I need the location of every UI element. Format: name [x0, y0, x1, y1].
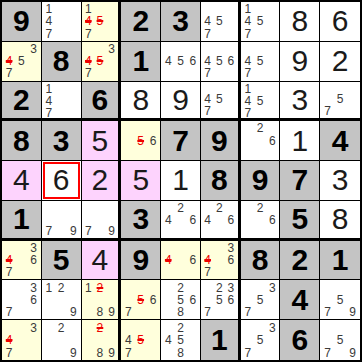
candidate-4: 4	[202, 214, 214, 226]
cell-r8c6[interactable]: 23567	[201, 280, 241, 320]
candidate-5: 5	[334, 93, 347, 105]
candidate-5: 5	[254, 15, 266, 27]
candidate-grid: 456	[162, 43, 199, 80]
cell-r5c3[interactable]: 2	[82, 161, 122, 201]
cell-r7c6[interactable]: 3467	[201, 241, 241, 281]
candidate-7: 7	[202, 266, 214, 278]
candidate-5-struck: 5	[135, 135, 147, 147]
cell-r8c5[interactable]: 2568	[161, 280, 201, 320]
candidate-empty	[67, 15, 79, 27]
cell-r8c8[interactable]: 4	[280, 280, 320, 320]
candidate-empty	[242, 226, 254, 237]
candidate-empty	[242, 202, 254, 214]
candidate-empty	[55, 306, 67, 318]
candidate-empty	[3, 321, 15, 334]
candidate-2: 2	[174, 321, 186, 334]
cell-r5c6[interactable]: 8	[201, 161, 241, 201]
candidate-3: 3	[28, 43, 40, 55]
candidate-grid: 26	[242, 122, 279, 159]
candidate-6: 6	[28, 294, 40, 306]
candidate-7: 7	[83, 28, 95, 40]
candidate-4: 4	[43, 95, 55, 107]
candidate-empty	[187, 226, 199, 237]
candidate-empty	[43, 346, 55, 359]
given-digit: 6	[92, 85, 109, 115]
solved-digit: 9	[172, 85, 189, 115]
candidate-4: 4	[162, 214, 174, 226]
cell-r5c9[interactable]: 3	[320, 161, 360, 201]
candidate-grid: 26	[242, 202, 279, 237]
candidate-3: 3	[28, 281, 40, 293]
solved-digit: 4	[92, 245, 109, 275]
candidate-empty	[213, 214, 225, 226]
candidate-grid: 246	[162, 202, 199, 237]
candidate-2-struck: 2	[94, 281, 106, 293]
given-digit: 1	[13, 204, 30, 234]
candidate-empty	[334, 105, 347, 117]
solved-digit: 9	[291, 46, 308, 76]
cell-r1c4[interactable]: 2	[121, 2, 161, 42]
candidate-7: 7	[83, 67, 95, 79]
cell-r2c9[interactable]: 2	[320, 42, 360, 82]
given-digit: 9	[132, 245, 149, 275]
candidate-2: 2	[174, 281, 186, 293]
cell-r6c5[interactable]: 246	[161, 201, 201, 241]
candidate-empty	[94, 28, 106, 40]
candidate-empty	[225, 3, 237, 15]
cell-r5c7[interactable]: 9	[241, 161, 281, 201]
cell-r6c4[interactable]: 3	[121, 201, 161, 241]
candidate-grid: 3457	[83, 43, 118, 80]
candidate-empty	[225, 105, 237, 117]
candidate-9: 9	[106, 346, 118, 359]
candidate-5: 5	[174, 334, 186, 347]
cell-r7c1[interactable]: 3467	[2, 241, 42, 281]
candidate-grid: 3467	[3, 242, 40, 279]
candidate-empty	[67, 281, 79, 293]
candidate-3: 3	[106, 43, 118, 55]
candidate-empty	[266, 346, 278, 359]
cell-r1c8[interactable]: 8	[280, 2, 320, 42]
cell-r2c2[interactable]: 8	[42, 42, 82, 82]
candidate-empty	[162, 346, 174, 359]
cell-r8c1[interactable]: 367	[2, 280, 42, 320]
candidate-1: 1	[43, 83, 55, 95]
candidate-empty	[55, 213, 67, 224]
candidate-empty	[55, 107, 67, 119]
candidate-empty	[106, 202, 118, 213]
solved-digit: 4	[13, 165, 30, 195]
candidate-empty	[266, 294, 278, 306]
candidate-empty	[266, 122, 278, 134]
candidate-empty	[321, 83, 334, 94]
candidate-empty	[28, 67, 40, 79]
candidate-7: 7	[3, 67, 15, 79]
candidate-2: 2	[254, 202, 266, 214]
candidate-grid: 79	[83, 202, 118, 237]
candidate-empty	[55, 334, 67, 347]
given-digit: 8	[13, 126, 30, 156]
candidate-2: 2	[55, 321, 67, 334]
candidate-empty	[28, 55, 40, 67]
cell-r3c3[interactable]: 6	[82, 82, 122, 122]
candidate-grid: 46	[162, 242, 199, 279]
candidate-empty	[147, 334, 159, 347]
candidate-empty	[106, 321, 118, 334]
candidate-9: 9	[106, 306, 118, 318]
given-digit: 3	[132, 204, 149, 234]
candidate-empty	[213, 242, 225, 254]
candidate-empty	[242, 321, 254, 334]
candidate-grid: 457	[202, 83, 237, 118]
solved-digit: 2	[92, 165, 109, 195]
candidate-empty	[346, 105, 359, 117]
candidate-empty	[15, 242, 27, 254]
candidate-8: 8	[174, 346, 186, 359]
cell-r3c5[interactable]: 9	[161, 82, 201, 122]
cell-r1c1[interactable]: 9	[2, 2, 42, 42]
candidate-9: 9	[67, 225, 79, 237]
cell-r3c4[interactable]: 8	[121, 82, 161, 122]
cell-r5c4[interactable]: 5	[121, 161, 161, 201]
candidate-empty	[28, 334, 40, 347]
candidate-empty	[334, 346, 347, 359]
cell-r1c7[interactable]: 1457	[241, 2, 281, 42]
candidate-empty	[225, 15, 237, 27]
candidate-empty	[135, 147, 147, 159]
cell-r9c8[interactable]: 6	[280, 320, 320, 360]
candidate-5: 5	[254, 95, 266, 107]
candidate-grid: 357	[242, 321, 279, 359]
candidate-grid: 147	[43, 83, 80, 118]
candidate-empty	[225, 93, 237, 105]
cell-r1c6[interactable]: 457	[201, 2, 241, 42]
candidate-empty	[187, 321, 199, 334]
candidate-grid: 289	[83, 321, 118, 359]
cell-r9c1[interactable]: 347	[2, 320, 42, 360]
candidate-empty	[213, 306, 225, 318]
candidate-empty	[174, 226, 186, 237]
candidate-2: 2	[254, 122, 266, 134]
candidate-grid: 1289	[83, 281, 118, 318]
candidate-grid: 4567	[202, 43, 237, 80]
candidate-2: 2	[174, 202, 186, 214]
candidate-empty	[67, 95, 79, 107]
candidate-empty	[213, 254, 225, 266]
cell-r7c3[interactable]: 4	[82, 241, 122, 281]
candidate-empty	[202, 281, 214, 293]
cell-r2c8[interactable]: 9	[280, 42, 320, 82]
candidate-empty	[254, 226, 266, 237]
cell-r4c1[interactable]: 8	[2, 121, 42, 161]
candidate-empty	[94, 213, 106, 224]
candidate-grid: 2568	[162, 281, 199, 318]
cell-r3c7[interactable]: 1457	[241, 82, 281, 122]
cell-r1c5[interactable]: 3	[161, 2, 201, 42]
given-digit: 8	[211, 165, 228, 195]
cell-r1c2[interactable]: 147	[42, 2, 82, 42]
candidate-2-struck: 2	[94, 321, 106, 334]
candidate-empty	[187, 266, 199, 278]
cell-r4c3[interactable]: 5	[82, 121, 122, 161]
cell-r4c5[interactable]: 7	[161, 121, 201, 161]
candidate-grid: 457	[202, 3, 237, 40]
candidate-grid: 79	[43, 202, 80, 237]
candidate-5: 5	[15, 55, 27, 67]
candidate-8: 8	[94, 306, 106, 318]
candidate-6: 6	[147, 135, 159, 147]
cell-r9c7[interactable]: 357	[241, 320, 281, 360]
candidate-5: 5	[213, 15, 225, 27]
cell-r6c2[interactable]: 79	[42, 201, 82, 241]
cell-r7c4[interactable]: 9	[121, 241, 161, 281]
candidate-7: 7	[202, 67, 214, 79]
cell-r2c7[interactable]: 457	[241, 42, 281, 82]
candidate-empty	[15, 281, 27, 293]
candidate-empty	[334, 321, 347, 334]
given-digit: 2	[291, 245, 308, 275]
candidate-empty	[254, 107, 266, 119]
candidate-7: 7	[242, 306, 254, 318]
candidate-empty	[135, 122, 147, 134]
candidate-empty	[225, 306, 237, 318]
candidate-empty	[83, 213, 95, 224]
cell-r7c9[interactable]: 1	[320, 241, 360, 281]
candidate-empty	[225, 266, 237, 278]
candidate-empty	[83, 202, 95, 213]
cell-r1c3[interactable]: 1457	[82, 2, 122, 42]
cell-r4c4[interactable]: 56	[121, 121, 161, 161]
cell-r6c9[interactable]: 8	[320, 201, 360, 241]
candidate-grid: 347	[3, 321, 40, 359]
cell-r4c8[interactable]: 1	[280, 121, 320, 161]
candidate-empty	[254, 321, 266, 334]
candidate-empty	[67, 321, 79, 334]
candidate-empty	[266, 3, 278, 15]
candidate-6: 6	[266, 214, 278, 226]
candidate-empty	[213, 266, 225, 278]
candidate-7: 7	[321, 105, 334, 117]
candidate-4: 4	[242, 95, 254, 107]
candidate-7: 7	[122, 346, 134, 359]
given-digit: 7	[172, 126, 189, 156]
candidate-9: 9	[106, 225, 118, 237]
candidate-4: 4	[162, 334, 174, 347]
cell-r7c7[interactable]: 8	[241, 241, 281, 281]
candidate-empty	[242, 135, 254, 147]
candidate-empty	[242, 281, 254, 293]
candidate-empty	[225, 28, 237, 40]
cell-r9c4[interactable]: 457	[121, 320, 161, 360]
cell-r5c8[interactable]: 7	[280, 161, 320, 201]
candidate-empty	[122, 122, 134, 134]
cell-r9c3[interactable]: 289	[82, 320, 122, 360]
candidate-grid: 23567	[202, 281, 237, 318]
candidate-4-struck: 4	[162, 254, 174, 266]
candidate-empty	[321, 281, 334, 293]
solved-digit: 8	[332, 204, 349, 234]
cell-r4c9[interactable]: 4	[320, 121, 360, 161]
candidate-empty	[67, 83, 79, 95]
cell-r7c2[interactable]: 5	[42, 241, 82, 281]
candidate-5-struck: 5	[135, 294, 147, 306]
candidate-empty	[174, 266, 186, 278]
candidate-empty	[266, 28, 278, 40]
candidate-7: 7	[43, 225, 55, 237]
candidate-5: 5	[334, 294, 347, 306]
cell-r6c8[interactable]: 5	[280, 201, 320, 241]
candidate-empty	[43, 202, 55, 213]
cell-r3c2[interactable]: 147	[42, 82, 82, 122]
candidate-5-struck: 5	[135, 334, 147, 347]
cell-r4c7[interactable]: 26	[241, 121, 281, 161]
cell-r8c7[interactable]: 357	[241, 280, 281, 320]
candidate-9: 9	[67, 306, 79, 318]
candidate-7: 7	[242, 67, 254, 79]
solved-digit: 8	[291, 6, 308, 36]
candidate-grid: 457	[122, 321, 159, 359]
cell-r8c2[interactable]: 129	[42, 280, 82, 320]
given-digit: 9	[13, 6, 30, 36]
given-digit: 5	[291, 204, 308, 234]
cell-r9c6[interactable]: 1	[201, 320, 241, 360]
cell-r2c3[interactable]: 3457	[82, 42, 122, 82]
candidate-5: 5	[213, 93, 225, 105]
candidate-empty	[67, 334, 79, 347]
candidate-empty	[28, 346, 40, 359]
candidate-6: 6	[28, 254, 40, 266]
candidate-empty	[147, 147, 159, 159]
candidate-empty	[162, 226, 174, 237]
cell-r2c5[interactable]: 456	[161, 42, 201, 82]
candidate-grid: 147	[43, 3, 80, 40]
cell-r2c4[interactable]: 1	[121, 42, 161, 82]
cell-r1c9[interactable]: 6	[320, 2, 360, 42]
cell-r6c1[interactable]: 1	[2, 201, 42, 241]
candidate-empty	[242, 122, 254, 134]
cell-r5c5[interactable]: 1	[161, 161, 201, 201]
candidate-5: 5	[254, 55, 266, 67]
candidate-empty	[55, 95, 67, 107]
candidate-empty	[83, 321, 95, 334]
candidate-8: 8	[174, 306, 186, 318]
given-digit: 9	[211, 126, 228, 156]
cell-r9c9[interactable]: 579	[320, 320, 360, 360]
candidate-empty	[122, 321, 134, 334]
candidate-empty	[15, 67, 27, 79]
candidate-7: 7	[321, 306, 334, 318]
candidate-grid: 56	[122, 122, 159, 159]
candidate-empty	[106, 28, 118, 40]
solved-digit: 6	[332, 6, 349, 36]
cell-r4c6[interactable]: 9	[201, 121, 241, 161]
cell-r2c1[interactable]: 3457	[2, 42, 42, 82]
cell-r2c6[interactable]: 4567	[201, 42, 241, 82]
candidate-empty	[254, 147, 266, 159]
candidate-grid: 246	[202, 202, 237, 237]
candidate-empty	[225, 83, 237, 94]
candidate-7: 7	[3, 306, 15, 318]
candidate-7: 7	[3, 266, 15, 278]
candidate-5: 5	[174, 55, 186, 67]
given-digit: 8	[252, 245, 269, 275]
cell-r8c9[interactable]: 579	[320, 280, 360, 320]
candidate-empty	[83, 346, 95, 359]
candidate-empty	[187, 281, 199, 293]
candidate-empty	[254, 67, 266, 79]
candidate-empty	[28, 266, 40, 278]
cell-r9c2[interactable]: 29	[42, 320, 82, 360]
cell-r7c8[interactable]: 2	[280, 241, 320, 281]
candidate-empty	[122, 281, 134, 293]
candidate-empty	[94, 67, 106, 79]
candidate-empty	[106, 334, 118, 347]
cell-r6c3[interactable]: 79	[82, 201, 122, 241]
candidate-3: 3	[266, 321, 278, 334]
candidate-6: 6	[225, 214, 237, 226]
candidate-empty	[225, 67, 237, 79]
candidate-empty	[147, 321, 159, 334]
candidate-empty	[187, 306, 199, 318]
candidate-empty	[346, 334, 359, 347]
cell-r5c1[interactable]: 4	[2, 161, 42, 201]
candidate-4-struck: 4	[3, 334, 15, 347]
cell-r5c2[interactable]: 6	[42, 161, 82, 201]
candidate-5: 5	[254, 334, 266, 347]
candidate-empty	[213, 67, 225, 79]
given-digit: 4	[332, 126, 349, 156]
candidate-empty	[266, 43, 278, 55]
candidate-empty	[15, 266, 27, 278]
candidate-empty	[83, 334, 95, 347]
cell-r7c5[interactable]: 46	[161, 241, 201, 281]
cell-r4c2[interactable]: 3	[42, 121, 82, 161]
cell-r6c6[interactable]: 246	[201, 201, 241, 241]
candidate-empty	[94, 334, 106, 347]
candidate-empty	[106, 281, 118, 293]
candidate-empty	[43, 334, 55, 347]
candidate-7: 7	[43, 28, 55, 40]
candidate-empty	[254, 281, 266, 293]
candidate-empty	[174, 254, 186, 266]
given-digit: 8	[53, 46, 70, 76]
candidate-empty	[346, 321, 359, 334]
candidate-7: 7	[202, 105, 214, 117]
cell-r3c9[interactable]: 57	[320, 82, 360, 122]
given-digit: 1	[132, 46, 149, 76]
candidate-7: 7	[43, 107, 55, 119]
candidate-empty	[334, 306, 347, 318]
cell-r8c3[interactable]: 1289	[82, 280, 122, 320]
candidate-grid: 3457	[3, 43, 40, 80]
candidate-7: 7	[242, 28, 254, 40]
candidate-3: 3	[266, 281, 278, 293]
cell-r9c5[interactable]: 2458	[161, 320, 201, 360]
candidate-5: 5	[213, 55, 225, 67]
candidate-5: 5	[213, 294, 225, 306]
cell-r8c4[interactable]: 567	[121, 280, 161, 320]
cell-r3c6[interactable]: 457	[201, 82, 241, 122]
solved-digit: 3	[291, 85, 308, 115]
given-digit: 9	[252, 165, 269, 195]
candidate-2: 2	[213, 281, 225, 293]
cell-r6c7[interactable]: 26	[241, 201, 281, 241]
cell-r3c1[interactable]: 2	[2, 82, 42, 122]
candidate-1: 1	[242, 83, 254, 95]
candidate-empty	[15, 254, 27, 266]
cell-r3c8[interactable]: 3	[280, 82, 320, 122]
candidate-6: 6	[225, 55, 237, 67]
